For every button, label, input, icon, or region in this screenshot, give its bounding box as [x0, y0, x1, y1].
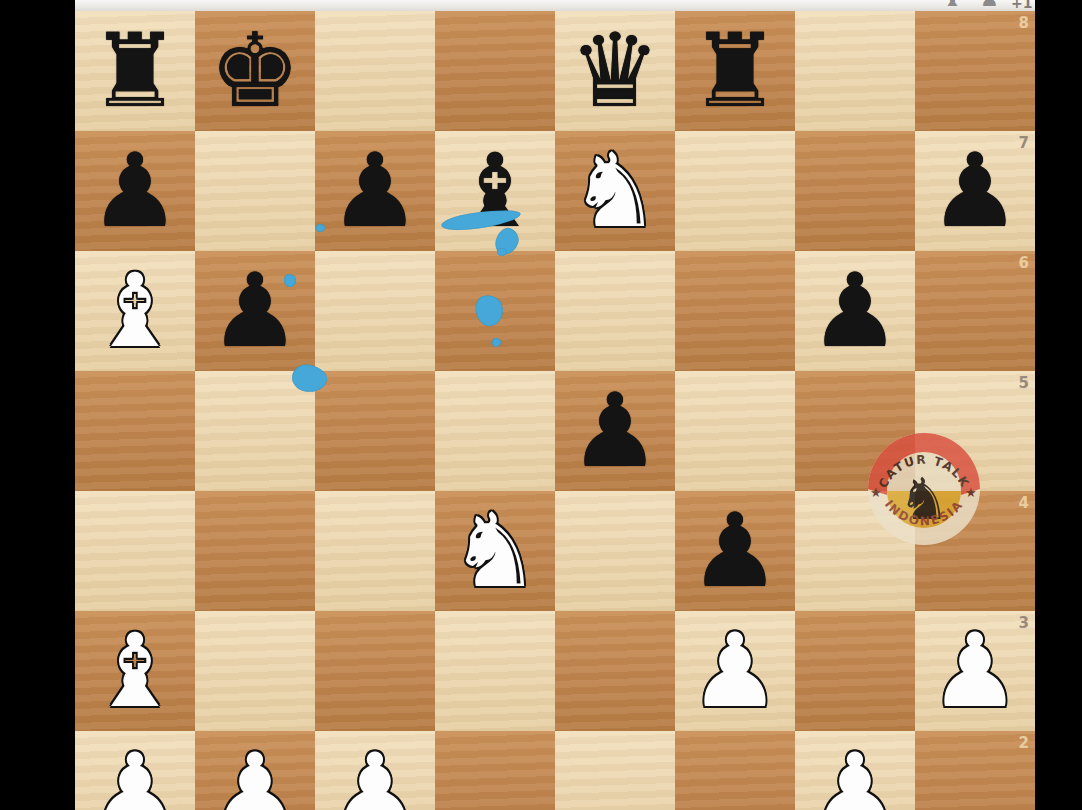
square-e5[interactable]: ♟	[555, 371, 675, 491]
square-g7[interactable]	[795, 131, 915, 251]
white-knight[interactable]: ♞	[569, 131, 660, 251]
square-d3[interactable]	[435, 611, 555, 731]
black-pawn[interactable]: ♟	[809, 251, 900, 371]
square-f7[interactable]	[675, 131, 795, 251]
black-pawn[interactable]: ♟	[569, 371, 660, 491]
square-c8[interactable]	[315, 11, 435, 131]
square-h8[interactable]: 8	[915, 11, 1035, 131]
square-b7[interactable]	[195, 131, 315, 251]
square-a2[interactable]: ♟	[75, 731, 195, 810]
square-e6[interactable]	[555, 251, 675, 371]
square-d5[interactable]	[435, 371, 555, 491]
square-d8[interactable]	[435, 11, 555, 131]
square-e8[interactable]: ♛	[555, 11, 675, 131]
rank-label-7: 7	[1019, 134, 1029, 152]
black-rook[interactable]: ♜	[89, 11, 180, 131]
black-pawn[interactable]: ♟	[689, 491, 780, 611]
rank-label-8: 8	[1019, 14, 1029, 32]
white-pawn[interactable]: ♟	[329, 731, 420, 810]
square-g8[interactable]	[795, 11, 915, 131]
black-king[interactable]: ♚	[209, 11, 300, 131]
square-g2[interactable]: ♟	[795, 731, 915, 810]
square-g6[interactable]: ♟	[795, 251, 915, 371]
square-e2[interactable]	[555, 731, 675, 810]
square-c3[interactable]	[315, 611, 435, 731]
square-h3[interactable]: 3♟	[915, 611, 1035, 731]
square-b2[interactable]: ♟	[195, 731, 315, 810]
square-b8[interactable]: ♚	[195, 11, 315, 131]
square-a7[interactable]: ♟	[75, 131, 195, 251]
white-knight[interactable]: ♞	[449, 491, 540, 611]
rank-label-5: 5	[1019, 374, 1029, 392]
rank-label-4: 4	[1019, 494, 1029, 512]
video-frame: ♝ ♟ +1 ♜♚♛♜8♟♟♝♞7♟♝♟♟6♟5♞♟4♝♟3♟♟♟♟♟21 ♞ …	[0, 0, 1082, 810]
square-f2[interactable]	[675, 731, 795, 810]
square-h7[interactable]: 7♟	[915, 131, 1035, 251]
right-black-bezel	[1035, 0, 1082, 810]
square-e4[interactable]	[555, 491, 675, 611]
square-a3[interactable]: ♝	[75, 611, 195, 731]
rank-label-6: 6	[1019, 254, 1029, 272]
square-d4[interactable]: ♞	[435, 491, 555, 611]
square-e7[interactable]: ♞	[555, 131, 675, 251]
square-a4[interactable]	[75, 491, 195, 611]
square-f4[interactable]: ♟	[675, 491, 795, 611]
left-black-bezel	[0, 0, 75, 810]
black-pawn[interactable]: ♟	[929, 131, 1020, 251]
material-score: +1	[1011, 0, 1032, 11]
catur-talk-logo: ♞ CATUR TALK INDONESIA ★ ★	[864, 429, 984, 549]
chess-board[interactable]: ♜♚♛♜8♟♟♝♞7♟♝♟♟6♟5♞♟4♝♟3♟♟♟♟♟21	[75, 11, 1035, 810]
square-b3[interactable]	[195, 611, 315, 731]
square-b4[interactable]	[195, 491, 315, 611]
square-b5[interactable]	[195, 371, 315, 491]
white-bishop[interactable]: ♝	[89, 611, 180, 731]
black-bishop[interactable]: ♝	[449, 131, 540, 251]
square-h6[interactable]: 6	[915, 251, 1035, 371]
white-bishop[interactable]: ♝	[89, 251, 180, 371]
square-a8[interactable]: ♜	[75, 11, 195, 131]
black-pawn[interactable]: ♟	[329, 131, 420, 251]
captured-pawn-icon: ♟	[980, 0, 999, 10]
logo-star-left-icon: ★	[870, 485, 882, 500]
square-d6[interactable]	[435, 251, 555, 371]
square-a6[interactable]: ♝	[75, 251, 195, 371]
rank-label-2: 2	[1019, 734, 1029, 752]
captured-bishop-icon: ♝	[943, 0, 962, 10]
black-queen[interactable]: ♛	[569, 11, 660, 131]
logo-star-right-icon: ★	[965, 485, 977, 500]
black-pawn[interactable]: ♟	[209, 251, 300, 371]
square-e3[interactable]	[555, 611, 675, 731]
white-pawn[interactable]: ♟	[809, 731, 900, 810]
square-c5[interactable]	[315, 371, 435, 491]
square-c7[interactable]: ♟	[315, 131, 435, 251]
black-pawn[interactable]: ♟	[89, 131, 180, 251]
square-c4[interactable]	[315, 491, 435, 611]
black-rook[interactable]: ♜	[689, 11, 780, 131]
white-pawn[interactable]: ♟	[689, 611, 780, 731]
square-c6[interactable]	[315, 251, 435, 371]
square-f3[interactable]: ♟	[675, 611, 795, 731]
white-pawn[interactable]: ♟	[209, 731, 300, 810]
square-c2[interactable]: ♟	[315, 731, 435, 810]
square-f6[interactable]	[675, 251, 795, 371]
square-f5[interactable]	[675, 371, 795, 491]
square-f8[interactable]: ♜	[675, 11, 795, 131]
chess-board-area: ♝ ♟ +1 ♜♚♛♜8♟♟♝♞7♟♝♟♟6♟5♞♟4♝♟3♟♟♟♟♟21 ♞ …	[75, 0, 1035, 810]
square-a5[interactable]	[75, 371, 195, 491]
white-pawn[interactable]: ♟	[929, 611, 1020, 731]
square-h2[interactable]: 2	[915, 731, 1035, 810]
white-pawn[interactable]: ♟	[89, 731, 180, 810]
square-d7[interactable]: ♝	[435, 131, 555, 251]
square-g3[interactable]	[795, 611, 915, 731]
square-b6[interactable]: ♟	[195, 251, 315, 371]
rank-label-3: 3	[1019, 614, 1029, 632]
square-d2[interactable]	[435, 731, 555, 810]
